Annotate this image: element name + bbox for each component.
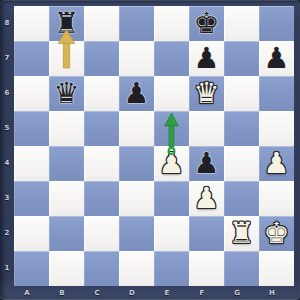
square-d7[interactable]: [119, 41, 154, 76]
white-rook-g2[interactable]: ♜: [224, 216, 259, 251]
square-h3[interactable]: [259, 181, 294, 216]
square-g5[interactable]: [224, 111, 259, 146]
square-f1[interactable]: [189, 251, 224, 286]
square-d8[interactable]: [119, 6, 154, 41]
square-f7[interactable]: ♟: [189, 41, 224, 76]
square-c5[interactable]: [84, 111, 119, 146]
square-g6[interactable]: [224, 76, 259, 111]
square-a2[interactable]: [14, 216, 49, 251]
square-c1[interactable]: [84, 251, 119, 286]
square-g2[interactable]: ♜: [224, 216, 259, 251]
square-g1[interactable]: [224, 251, 259, 286]
square-h6[interactable]: [259, 76, 294, 111]
rank-label-8: 8: [0, 6, 14, 41]
rank-label-7: 7: [0, 41, 14, 76]
square-g8[interactable]: [224, 6, 259, 41]
rank-label-5: 5: [0, 111, 14, 146]
square-b1[interactable]: [49, 251, 84, 286]
chess-board: ♜♚♟♟♛♟♛♟♟♟♟♜♚: [14, 6, 294, 286]
black-king-f8[interactable]: ♚: [189, 6, 224, 41]
square-b3[interactable]: [49, 181, 84, 216]
square-f2[interactable]: [189, 216, 224, 251]
square-b5[interactable]: [49, 111, 84, 146]
square-b8[interactable]: ♜: [49, 6, 84, 41]
square-d3[interactable]: [119, 181, 154, 216]
black-pawn-h7[interactable]: ♟: [259, 41, 294, 76]
file-label-g: G: [224, 288, 250, 298]
rank-label-4: 4: [0, 146, 14, 181]
rank-label-6: 6: [0, 76, 14, 111]
rank-label-1: 1: [0, 251, 14, 286]
file-label-d: D: [119, 288, 145, 298]
square-a8[interactable]: [14, 6, 49, 41]
file-label-h: H: [259, 288, 285, 298]
white-pawn-h4[interactable]: ♟: [259, 146, 294, 181]
square-h4[interactable]: ♟: [259, 146, 294, 181]
square-e7[interactable]: [154, 41, 189, 76]
square-h2[interactable]: ♚: [259, 216, 294, 251]
square-b2[interactable]: [49, 216, 84, 251]
square-f8[interactable]: ♚: [189, 6, 224, 41]
square-g4[interactable]: [224, 146, 259, 181]
black-rook-b8[interactable]: ♜: [49, 6, 84, 41]
square-g7[interactable]: [224, 41, 259, 76]
file-label-c: C: [84, 288, 110, 298]
square-g3[interactable]: [224, 181, 259, 216]
white-pawn-e4[interactable]: ♟: [154, 146, 189, 181]
file-label-f: F: [189, 288, 215, 298]
file-label-e: E: [154, 288, 180, 298]
square-c2[interactable]: [84, 216, 119, 251]
square-b4[interactable]: [49, 146, 84, 181]
square-c4[interactable]: [84, 146, 119, 181]
square-a3[interactable]: [14, 181, 49, 216]
square-a5[interactable]: [14, 111, 49, 146]
square-h8[interactable]: [259, 6, 294, 41]
square-b7[interactable]: [49, 41, 84, 76]
square-e1[interactable]: [154, 251, 189, 286]
square-f3[interactable]: ♟: [189, 181, 224, 216]
white-queen-f6[interactable]: ♛: [189, 76, 224, 111]
square-e4[interactable]: ♟: [154, 146, 189, 181]
black-queen-b6[interactable]: ♛: [49, 76, 84, 111]
square-d1[interactable]: [119, 251, 154, 286]
square-e2[interactable]: [154, 216, 189, 251]
square-c6[interactable]: [84, 76, 119, 111]
file-label-b: B: [49, 288, 75, 298]
rank-label-2: 2: [0, 216, 14, 251]
square-b6[interactable]: ♛: [49, 76, 84, 111]
square-e6[interactable]: [154, 76, 189, 111]
square-h1[interactable]: [259, 251, 294, 286]
square-d4[interactable]: [119, 146, 154, 181]
square-f6[interactable]: ♛: [189, 76, 224, 111]
file-label-a: A: [14, 288, 40, 298]
square-c3[interactable]: [84, 181, 119, 216]
square-h5[interactable]: [259, 111, 294, 146]
square-a6[interactable]: [14, 76, 49, 111]
black-pawn-f4[interactable]: ♟: [189, 146, 224, 181]
square-a7[interactable]: [14, 41, 49, 76]
square-e3[interactable]: [154, 181, 189, 216]
black-pawn-d6[interactable]: ♟: [119, 76, 154, 111]
black-pawn-f7[interactable]: ♟: [189, 41, 224, 76]
square-d6[interactable]: ♟: [119, 76, 154, 111]
white-king-h2[interactable]: ♚: [259, 216, 294, 251]
square-a4[interactable]: [14, 146, 49, 181]
square-e8[interactable]: [154, 6, 189, 41]
square-e5[interactable]: [154, 111, 189, 146]
square-c7[interactable]: [84, 41, 119, 76]
square-d2[interactable]: [119, 216, 154, 251]
square-f5[interactable]: [189, 111, 224, 146]
square-d5[interactable]: [119, 111, 154, 146]
square-a1[interactable]: [14, 251, 49, 286]
chess-board-frame: ♜♚♟♟♛♟♛♟♟♟♟♜♚ 87654321 ABCDEFGH: [0, 0, 300, 300]
square-c8[interactable]: [84, 6, 119, 41]
square-f4[interactable]: ♟: [189, 146, 224, 181]
rank-label-3: 3: [0, 181, 14, 216]
white-pawn-f3[interactable]: ♟: [189, 181, 224, 216]
square-h7[interactable]: ♟: [259, 41, 294, 76]
